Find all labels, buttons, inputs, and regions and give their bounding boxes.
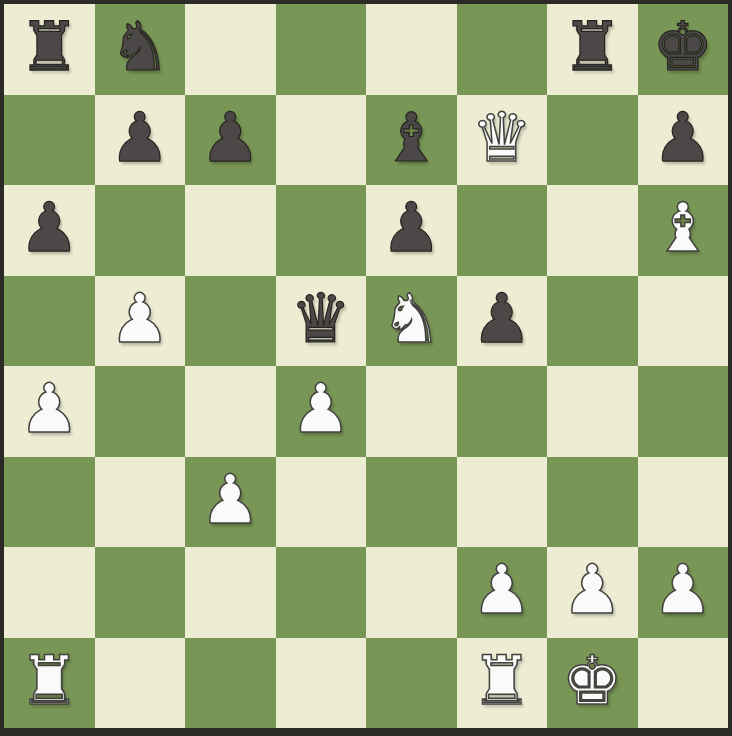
square-b4[interactable] — [95, 366, 186, 457]
chess-board: ♜♞♜♚♟♟♝♛♟♟♟♝♟♛♞♟♟♟♟♟♟♟♜♜♚ — [4, 4, 728, 728]
square-c4[interactable] — [185, 366, 276, 457]
square-f2[interactable]: ♟ — [457, 547, 548, 638]
square-d1[interactable] — [276, 638, 367, 729]
square-b3[interactable] — [95, 457, 186, 548]
square-c7[interactable]: ♟ — [185, 95, 276, 186]
piece-white-knight-e5[interactable]: ♞ — [381, 285, 442, 353]
square-e5[interactable]: ♞ — [366, 276, 457, 367]
board-frame: ♜♞♜♚♟♟♝♛♟♟♟♝♟♛♞♟♟♟♟♟♟♟♜♜♚ — [0, 0, 732, 736]
piece-black-knight-b8[interactable]: ♞ — [109, 13, 170, 81]
square-a8[interactable]: ♜ — [4, 4, 95, 95]
piece-black-bishop-e7[interactable]: ♝ — [381, 104, 442, 172]
square-f3[interactable] — [457, 457, 548, 548]
square-b5[interactable]: ♟ — [95, 276, 186, 367]
piece-black-king-h8[interactable]: ♚ — [652, 13, 713, 81]
square-c3[interactable]: ♟ — [185, 457, 276, 548]
square-d7[interactable] — [276, 95, 367, 186]
square-e2[interactable] — [366, 547, 457, 638]
piece-black-pawn-b7[interactable]: ♟ — [109, 104, 170, 172]
square-g1[interactable]: ♚ — [547, 638, 638, 729]
square-a6[interactable]: ♟ — [4, 185, 95, 276]
square-b6[interactable] — [95, 185, 186, 276]
piece-black-queen-d5[interactable]: ♛ — [290, 285, 351, 353]
piece-black-pawn-c7[interactable]: ♟ — [200, 104, 261, 172]
piece-white-pawn-f2[interactable]: ♟ — [471, 556, 532, 624]
square-a1[interactable]: ♜ — [4, 638, 95, 729]
square-d8[interactable] — [276, 4, 367, 95]
square-e6[interactable]: ♟ — [366, 185, 457, 276]
square-e3[interactable] — [366, 457, 457, 548]
square-e8[interactable] — [366, 4, 457, 95]
square-h2[interactable]: ♟ — [638, 547, 729, 638]
square-d4[interactable]: ♟ — [276, 366, 367, 457]
square-c6[interactable] — [185, 185, 276, 276]
square-a2[interactable] — [4, 547, 95, 638]
square-c8[interactable] — [185, 4, 276, 95]
square-h7[interactable]: ♟ — [638, 95, 729, 186]
piece-white-pawn-c3[interactable]: ♟ — [200, 466, 261, 534]
piece-white-rook-f1[interactable]: ♜ — [471, 647, 532, 715]
square-f1[interactable]: ♜ — [457, 638, 548, 729]
square-e4[interactable] — [366, 366, 457, 457]
piece-white-pawn-h2[interactable]: ♟ — [652, 556, 713, 624]
square-h8[interactable]: ♚ — [638, 4, 729, 95]
square-g5[interactable] — [547, 276, 638, 367]
piece-black-rook-g8[interactable]: ♜ — [562, 13, 623, 81]
square-b8[interactable]: ♞ — [95, 4, 186, 95]
piece-black-pawn-e6[interactable]: ♟ — [381, 194, 442, 262]
piece-black-pawn-a6[interactable]: ♟ — [19, 194, 80, 262]
square-f5[interactable]: ♟ — [457, 276, 548, 367]
square-h1[interactable] — [638, 638, 729, 729]
square-g3[interactable] — [547, 457, 638, 548]
square-b7[interactable]: ♟ — [95, 95, 186, 186]
square-f6[interactable] — [457, 185, 548, 276]
piece-white-rook-a1[interactable]: ♜ — [19, 647, 80, 715]
square-a4[interactable]: ♟ — [4, 366, 95, 457]
square-f4[interactable] — [457, 366, 548, 457]
square-f7[interactable]: ♛ — [457, 95, 548, 186]
piece-white-pawn-b5[interactable]: ♟ — [109, 285, 170, 353]
square-d2[interactable] — [276, 547, 367, 638]
piece-black-pawn-f5[interactable]: ♟ — [471, 285, 532, 353]
square-c2[interactable] — [185, 547, 276, 638]
piece-white-bishop-h6[interactable]: ♝ — [652, 194, 713, 262]
square-g2[interactable]: ♟ — [547, 547, 638, 638]
square-h3[interactable] — [638, 457, 729, 548]
piece-white-king-g1[interactable]: ♚ — [562, 647, 623, 715]
piece-white-pawn-d4[interactable]: ♟ — [290, 375, 351, 443]
square-d3[interactable] — [276, 457, 367, 548]
square-g4[interactable] — [547, 366, 638, 457]
square-c5[interactable] — [185, 276, 276, 367]
piece-white-queen-f7[interactable]: ♛ — [471, 104, 532, 172]
square-a3[interactable] — [4, 457, 95, 548]
square-d6[interactable] — [276, 185, 367, 276]
square-h6[interactable]: ♝ — [638, 185, 729, 276]
square-g7[interactable] — [547, 95, 638, 186]
square-b2[interactable] — [95, 547, 186, 638]
square-h5[interactable] — [638, 276, 729, 367]
square-g6[interactable] — [547, 185, 638, 276]
square-f8[interactable] — [457, 4, 548, 95]
piece-black-rook-a8[interactable]: ♜ — [19, 13, 80, 81]
square-e7[interactable]: ♝ — [366, 95, 457, 186]
piece-black-pawn-h7[interactable]: ♟ — [652, 104, 713, 172]
square-e1[interactable] — [366, 638, 457, 729]
piece-white-pawn-g2[interactable]: ♟ — [562, 556, 623, 624]
square-c1[interactable] — [185, 638, 276, 729]
square-g8[interactable]: ♜ — [547, 4, 638, 95]
square-a5[interactable] — [4, 276, 95, 367]
piece-white-pawn-a4[interactable]: ♟ — [19, 375, 80, 443]
square-d5[interactable]: ♛ — [276, 276, 367, 367]
square-b1[interactable] — [95, 638, 186, 729]
square-h4[interactable] — [638, 366, 729, 457]
square-a7[interactable] — [4, 95, 95, 186]
